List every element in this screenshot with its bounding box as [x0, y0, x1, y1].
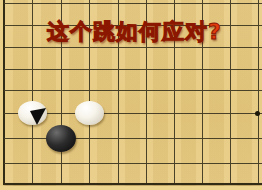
- board-bottom-margin: [0, 186, 262, 190]
- board-edge-line-bottom: [4, 183, 262, 185]
- white-stone-B4[interactable]: [18, 101, 47, 125]
- board-left-margin: [0, 0, 3, 186]
- grid-line-horizontal: [4, 90, 262, 91]
- triangle-marker-icon: [18, 101, 47, 125]
- grid-line-vertical: [230, 0, 231, 185]
- white-stone-D4[interactable]: [75, 101, 104, 125]
- grid-line-horizontal: [4, 3, 262, 4]
- star-point: [255, 111, 260, 116]
- black-stone-C3[interactable]: [46, 125, 76, 152]
- board-edge-line-left: [3, 0, 5, 185]
- grid-line-horizontal: [4, 163, 262, 164]
- grid-line-horizontal: [4, 69, 262, 70]
- grid-line-horizontal: [4, 138, 262, 139]
- grid-line-vertical: [258, 0, 259, 185]
- grid-line-horizontal: [4, 47, 262, 48]
- go-board[interactable]: 这个跳如何应对?: [0, 0, 262, 190]
- grid-line-vertical: [32, 0, 33, 185]
- question-caption: 这个跳如何应对?: [47, 20, 222, 44]
